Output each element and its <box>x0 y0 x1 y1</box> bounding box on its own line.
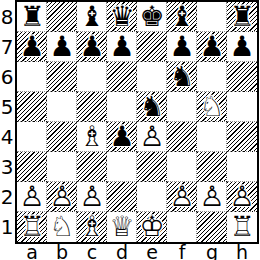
piece-bR-h8: ♜ <box>227 2 257 32</box>
square-e3[interactable] <box>137 152 167 182</box>
square-f5[interactable] <box>167 92 197 122</box>
square-f8[interactable]: ♝ <box>167 2 197 32</box>
piece-outline-wP: ♙ <box>47 182 77 212</box>
square-b4[interactable] <box>47 122 77 152</box>
piece-bP-d4: ♟ <box>107 122 137 152</box>
square-e5[interactable]: ♞ <box>137 92 167 122</box>
square-d1[interactable]: ♛♕ <box>107 212 137 242</box>
square-c1[interactable]: ♝♗ <box>77 212 107 242</box>
piece-wQ-d1: ♛ <box>107 212 137 242</box>
piece-bP-c7: ♟ <box>77 32 107 62</box>
square-h6[interactable] <box>227 62 257 92</box>
square-e1[interactable]: ♚♔ <box>137 212 167 242</box>
piece-outline-wK: ♔ <box>137 212 167 242</box>
file-label-c: c <box>77 244 107 260</box>
piece-wP-c2: ♟ <box>77 182 107 212</box>
square-h5[interactable] <box>227 92 257 122</box>
piece-outline-wP: ♙ <box>167 182 197 212</box>
rank-label-2: 2 <box>0 182 14 212</box>
square-d3[interactable] <box>107 152 137 182</box>
square-a8[interactable]: ♜ <box>17 2 47 32</box>
square-a3[interactable] <box>17 152 47 182</box>
square-c6[interactable] <box>77 62 107 92</box>
square-b7[interactable]: ♟ <box>47 32 77 62</box>
square-a2[interactable]: ♟♙ <box>17 182 47 212</box>
piece-outline-wB: ♗ <box>77 122 107 152</box>
square-g1[interactable] <box>197 212 227 242</box>
square-c3[interactable] <box>77 152 107 182</box>
square-g3[interactable] <box>197 152 227 182</box>
piece-wK-e1: ♚ <box>137 212 167 242</box>
square-a7[interactable]: ♟ <box>17 32 47 62</box>
square-g5[interactable]: ♞♘ <box>197 92 227 122</box>
piece-bP-d7: ♟ <box>107 32 137 62</box>
square-f2[interactable]: ♟♙ <box>167 182 197 212</box>
piece-wP-h2: ♟ <box>227 182 257 212</box>
file-label-g: g <box>197 244 227 260</box>
rank-label-6: 6 <box>0 62 14 92</box>
piece-wP-b2: ♟ <box>47 182 77 212</box>
piece-outline-wR: ♖ <box>17 212 47 242</box>
square-c5[interactable] <box>77 92 107 122</box>
square-g6[interactable] <box>197 62 227 92</box>
piece-outline-wP: ♙ <box>197 182 227 212</box>
square-f1[interactable] <box>167 212 197 242</box>
file-label-d: d <box>107 244 137 260</box>
rank-label-1: 1 <box>0 212 14 242</box>
piece-bR-a8: ♜ <box>17 2 47 32</box>
piece-outline-wB: ♗ <box>77 212 107 242</box>
file-label-e: e <box>137 244 167 260</box>
square-e7[interactable] <box>137 32 167 62</box>
square-d4[interactable]: ♟ <box>107 122 137 152</box>
square-e8[interactable]: ♚ <box>137 2 167 32</box>
rank-label-5: 5 <box>0 92 14 122</box>
square-f3[interactable] <box>167 152 197 182</box>
piece-bQ-d8: ♛ <box>107 2 137 32</box>
piece-bP-f7: ♟ <box>167 32 197 62</box>
rank-label-3: 3 <box>0 152 14 182</box>
square-b3[interactable] <box>47 152 77 182</box>
piece-bN-e5: ♞ <box>137 92 167 122</box>
square-d8[interactable]: ♛ <box>107 2 137 32</box>
piece-wP-g2: ♟ <box>197 182 227 212</box>
square-f6[interactable]: ♞ <box>167 62 197 92</box>
square-g2[interactable]: ♟♙ <box>197 182 227 212</box>
square-d7[interactable]: ♟ <box>107 32 137 62</box>
square-e2[interactable] <box>137 182 167 212</box>
chess-diagram: ♜♝♛♚♝♜♟♟♟♟♟♟♟♞♞♞♘♝♗♟♟♙♟♙♟♙♟♙♟♙♟♙♟♙♜♖♞♘♝♗… <box>0 0 260 260</box>
square-g4[interactable] <box>197 122 227 152</box>
square-h2[interactable]: ♟♙ <box>227 182 257 212</box>
piece-outline-wP: ♙ <box>137 122 167 152</box>
square-c4[interactable]: ♝♗ <box>77 122 107 152</box>
square-f4[interactable] <box>167 122 197 152</box>
piece-bN-f6: ♞ <box>167 62 197 92</box>
rank-label-7: 7 <box>0 32 14 62</box>
square-d6[interactable] <box>107 62 137 92</box>
square-f7[interactable]: ♟ <box>167 32 197 62</box>
square-h8[interactable]: ♜ <box>227 2 257 32</box>
piece-wR-a1: ♜ <box>17 212 47 242</box>
square-h4[interactable] <box>227 122 257 152</box>
square-c7[interactable]: ♟ <box>77 32 107 62</box>
square-a1[interactable]: ♜♖ <box>17 212 47 242</box>
piece-bP-h7: ♟ <box>227 32 257 62</box>
square-g7[interactable]: ♟ <box>197 32 227 62</box>
square-a5[interactable] <box>17 92 47 122</box>
piece-outline-wR: ♖ <box>227 212 257 242</box>
square-b1[interactable]: ♞♘ <box>47 212 77 242</box>
piece-wN-b1: ♞ <box>47 212 77 242</box>
file-label-h: h <box>227 244 257 260</box>
piece-bP-b7: ♟ <box>47 32 77 62</box>
piece-outline-wN: ♘ <box>197 92 227 122</box>
piece-wP-e4: ♟ <box>137 122 167 152</box>
rank-label-4: 4 <box>0 122 14 152</box>
piece-bK-e8: ♚ <box>137 2 167 32</box>
piece-wB-c1: ♝ <box>77 212 107 242</box>
piece-outline-wQ: ♕ <box>107 212 137 242</box>
piece-outline-wN: ♘ <box>47 212 77 242</box>
square-a4[interactable] <box>17 122 47 152</box>
square-h7[interactable]: ♟ <box>227 32 257 62</box>
square-d5[interactable] <box>107 92 137 122</box>
square-b8[interactable] <box>47 2 77 32</box>
square-b6[interactable] <box>47 62 77 92</box>
square-b2[interactable]: ♟♙ <box>47 182 77 212</box>
square-d2[interactable] <box>107 182 137 212</box>
square-h3[interactable] <box>227 152 257 182</box>
chess-board: ♜♝♛♚♝♜♟♟♟♟♟♟♟♞♞♞♘♝♗♟♟♙♟♙♟♙♟♙♟♙♟♙♟♙♜♖♞♘♝♗… <box>15 0 259 244</box>
piece-bP-g7: ♟ <box>197 32 227 62</box>
square-a6[interactable] <box>17 62 47 92</box>
square-c2[interactable]: ♟♙ <box>77 182 107 212</box>
file-label-f: f <box>167 244 197 260</box>
piece-outline-wP: ♙ <box>17 182 47 212</box>
square-e6[interactable] <box>137 62 167 92</box>
piece-outline-wP: ♙ <box>77 182 107 212</box>
square-b5[interactable] <box>47 92 77 122</box>
piece-bB-c8: ♝ <box>77 2 107 32</box>
rank-label-8: 8 <box>0 2 14 32</box>
piece-wR-h1: ♜ <box>227 212 257 242</box>
piece-bP-a7: ♟ <box>17 32 47 62</box>
piece-bB-f8: ♝ <box>167 2 197 32</box>
piece-wP-a2: ♟ <box>17 182 47 212</box>
square-e4[interactable]: ♟♙ <box>137 122 167 152</box>
square-h1[interactable]: ♜♖ <box>227 212 257 242</box>
square-g8[interactable] <box>197 2 227 32</box>
piece-wN-g5: ♞ <box>197 92 227 122</box>
piece-wB-c4: ♝ <box>77 122 107 152</box>
file-label-b: b <box>47 244 77 260</box>
square-c8[interactable]: ♝ <box>77 2 107 32</box>
piece-outline-wP: ♙ <box>227 182 257 212</box>
file-label-a: a <box>17 244 47 260</box>
piece-wP-f2: ♟ <box>167 182 197 212</box>
